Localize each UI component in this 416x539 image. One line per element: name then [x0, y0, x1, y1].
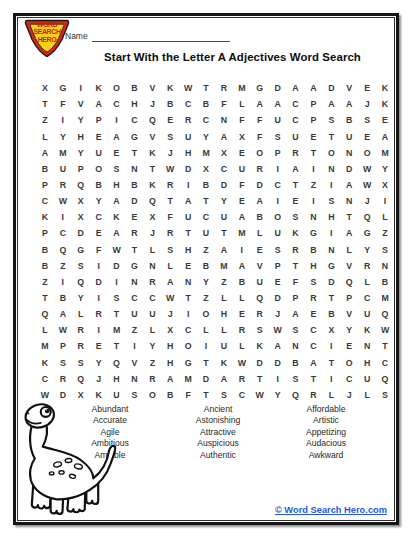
grid-cell-r12c11: M	[215, 258, 233, 274]
grid-cell-r15c9: I	[179, 306, 197, 322]
grid-cell-r19c17: I	[322, 371, 340, 387]
grid-cell-r18c20: C	[376, 355, 394, 371]
grid-cell-r18c7: Z	[143, 355, 161, 371]
grid-cell-r8c6: D	[125, 193, 143, 209]
grid-cell-r16c16: C	[304, 322, 322, 338]
grid-cell-r3c1: Z	[36, 112, 54, 128]
grid-cell-r13c10: Y	[197, 274, 215, 290]
grid-cell-r16c6: Z	[125, 322, 143, 338]
grid-cell-r17c8: H	[161, 338, 179, 354]
grid-cell-r12c16: H	[304, 258, 322, 274]
grid-cell-r9c12: A	[233, 209, 251, 225]
grid-cell-r8c8: T	[161, 193, 179, 209]
grid-cell-r12c10: B	[197, 258, 215, 274]
grid-cell-r16c3: R	[72, 322, 90, 338]
grid-cell-r14c4: I	[90, 290, 108, 306]
logo-text: WORDSEARCHHERO	[24, 21, 70, 43]
grid-cell-r20c19: L	[358, 387, 376, 403]
grid-cell-r13c8: A	[161, 274, 179, 290]
grid-cell-r15c18: V	[340, 306, 358, 322]
grid-cell-r4c1: L	[36, 128, 54, 144]
grid-cell-r19c3: Q	[72, 371, 90, 387]
grid-cell-r5c20: M	[376, 145, 394, 161]
grid-cell-r15c3: L	[72, 306, 90, 322]
word-list-item: Auspicious	[164, 438, 272, 449]
grid-cell-r10c4: E	[90, 225, 108, 241]
grid-cell-r5c4: U	[90, 145, 108, 161]
grid-cell-r13c4: D	[90, 274, 108, 290]
grid-cell-r6c2: U	[54, 161, 72, 177]
grid-cell-r17c11: U	[215, 338, 233, 354]
grid-cell-r8c20: I	[376, 193, 394, 209]
grid-cell-r1c15: A	[287, 80, 305, 96]
grid-cell-r1c18: V	[340, 80, 358, 96]
grid-cell-r8c4: Y	[90, 193, 108, 209]
grid-cell-r13c19: L	[358, 274, 376, 290]
grid-cell-r8c19: J	[358, 193, 376, 209]
grid-cell-r17c10: I	[197, 338, 215, 354]
grid-cell-r5c6: T	[125, 145, 143, 161]
grid-cell-r7c6: B	[125, 177, 143, 193]
grid-cell-r4c20: A	[376, 128, 394, 144]
grid-cell-r6c17: N	[322, 161, 340, 177]
grid-cell-r1c9: W	[179, 80, 197, 96]
grid-cell-r11c3: G	[72, 241, 90, 257]
grid-cell-r7c19: W	[358, 177, 376, 193]
grid-cell-r13c14: E	[269, 274, 287, 290]
grid-cell-r19c7: R	[143, 371, 161, 387]
grid-cell-r11c1: B	[36, 241, 54, 257]
grid-cell-r1c8: K	[161, 80, 179, 96]
grid-cell-r13c7: R	[143, 274, 161, 290]
grid-cell-r18c2: S	[54, 355, 72, 371]
grid-cell-r14c17: T	[322, 290, 340, 306]
grid-cell-r15c5: T	[108, 306, 126, 322]
logo-text-line: WORD	[24, 21, 70, 28]
grid-cell-r17c7: Y	[143, 338, 161, 354]
grid-cell-r17c1: M	[36, 338, 54, 354]
grid-cell-r17c5: T	[108, 338, 126, 354]
grid-cell-r5c14: P	[269, 145, 287, 161]
grid-cell-r1c13: G	[251, 80, 269, 96]
grid-cell-r8c17: S	[322, 193, 340, 209]
grid-cell-r12c20: N	[376, 258, 394, 274]
grid-cell-r17c18: E	[340, 338, 358, 354]
grid-cell-r9c16: N	[304, 209, 322, 225]
grid-cell-r18c10: T	[197, 355, 215, 371]
grid-cell-r11c4: F	[90, 241, 108, 257]
grid-cell-r3c5: I	[108, 112, 126, 128]
grid-cell-r8c1: C	[36, 193, 54, 209]
grid-cell-r5c18: N	[340, 145, 358, 161]
grid-cell-r15c17: B	[322, 306, 340, 322]
grid-cell-r3c14: U	[269, 112, 287, 128]
grid-cell-r1c1: X	[36, 80, 54, 96]
grid-cell-r18c11: K	[215, 355, 233, 371]
grid-cell-r3c9: R	[179, 112, 197, 128]
grid-cell-r2c15: C	[287, 96, 305, 112]
grid-cell-r6c9: D	[179, 161, 197, 177]
grid-cell-r9c7: X	[143, 209, 161, 225]
grid-cell-r19c12: R	[233, 371, 251, 387]
grid-cell-r4c14: S	[269, 128, 287, 144]
grid-cell-r7c7: K	[143, 177, 161, 193]
grid-cell-r8c2: W	[54, 193, 72, 209]
grid-cell-r13c3: Q	[72, 274, 90, 290]
grid-cell-r12c19: R	[358, 258, 376, 274]
grid-cell-r14c13: Q	[251, 290, 269, 306]
grid-cell-r2c8: B	[161, 96, 179, 112]
grid-cell-r12c3: S	[72, 258, 90, 274]
grid-cell-r2c17: A	[322, 96, 340, 112]
grid-cell-r18c5: Q	[108, 355, 126, 371]
grid-cell-r10c13: L	[251, 225, 269, 241]
grid-cell-r10c8: R	[161, 225, 179, 241]
grid-cell-r13c15: F	[287, 274, 305, 290]
grid-cell-r4c11: A	[215, 128, 233, 144]
grid-cell-r10c9: T	[179, 225, 197, 241]
grid-cell-r11c5: W	[108, 241, 126, 257]
grid-cell-r9c13: B	[251, 209, 269, 225]
grid-cell-r5c13: O	[251, 145, 269, 161]
grid-cell-r11c16: B	[304, 241, 322, 257]
grid-cell-r6c20: Y	[376, 161, 394, 177]
grid-cell-r19c5: H	[108, 371, 126, 387]
grid-cell-r9c1: K	[36, 209, 54, 225]
grid-cell-r5c15: R	[287, 145, 305, 161]
grid-cell-r17c6: I	[125, 338, 143, 354]
grid-cell-r14c3: Y	[72, 290, 90, 306]
grid-cell-r5c2: M	[54, 145, 72, 161]
grid-cell-r3c6: C	[125, 112, 143, 128]
grid-cell-r3c8: E	[161, 112, 179, 128]
grid-cell-r14c2: B	[54, 290, 72, 306]
grid-cell-r15c10: O	[197, 306, 215, 322]
grid-cell-r6c6: N	[125, 161, 143, 177]
grid-cell-r6c4: O	[90, 161, 108, 177]
grid-cell-r5c3: Y	[72, 145, 90, 161]
grid-cell-r9c17: H	[322, 209, 340, 225]
grid-cell-r4c8: S	[161, 128, 179, 144]
word-list-item: Ancient	[164, 404, 272, 415]
grid-cell-r20c17: L	[322, 387, 340, 403]
grid-cell-r11c12: I	[233, 241, 251, 257]
grid-cell-r3c3: Y	[72, 112, 90, 128]
grid-cell-r8c9: A	[179, 193, 197, 209]
grid-cell-r13c17: D	[322, 274, 340, 290]
grid-cell-r1c19: E	[358, 80, 376, 96]
grid-cell-r11c7: L	[143, 241, 161, 257]
grid-cell-r14c10: Z	[197, 290, 215, 306]
grid-cell-r8c15: E	[287, 193, 305, 209]
grid-cell-r16c12: R	[233, 322, 251, 338]
grid-cell-r7c17: I	[322, 177, 340, 193]
grid-cell-r14c6: C	[125, 290, 143, 306]
grid-cell-r2c18: A	[340, 96, 358, 112]
grid-cell-r10c16: G	[304, 225, 322, 241]
grid-cell-r2c14: A	[269, 96, 287, 112]
grid-cell-r3c20: E	[376, 112, 394, 128]
grid-cell-r6c3: P	[72, 161, 90, 177]
grid-cell-r15c7: U	[143, 306, 161, 322]
grid-cell-r8c3: X	[72, 193, 90, 209]
grid-cell-r6c5: S	[108, 161, 126, 177]
grid-cell-r5c16: T	[304, 145, 322, 161]
grid-cell-r5c8: J	[161, 145, 179, 161]
grid-cell-r10c11: T	[215, 225, 233, 241]
grid-cell-r8c12: E	[233, 193, 251, 209]
grid-cell-r5c5: E	[108, 145, 126, 161]
grid-cell-r10c15: K	[287, 225, 305, 241]
grid-cell-r8c16: I	[304, 193, 322, 209]
word-search-hero-link[interactable]: © Word Search Hero.com	[275, 505, 387, 515]
grid-cell-r15c20: Q	[376, 306, 394, 322]
grid-cell-r11c17: N	[322, 241, 340, 257]
grid-cell-r3c11: N	[215, 112, 233, 128]
grid-cell-r16c11: L	[215, 322, 233, 338]
grid-cell-r5c11: X	[215, 145, 233, 161]
grid-cell-r4c9: U	[179, 128, 197, 144]
grid-cell-r8c14: I	[269, 193, 287, 209]
grid-cell-r18c16: A	[304, 355, 322, 371]
grid-cell-r19c18: C	[340, 371, 358, 387]
grid-cell-r7c12: F	[233, 177, 251, 193]
grid-cell-r11c19: Y	[358, 241, 376, 257]
grid-cell-r20c12: C	[233, 387, 251, 403]
grid-cell-r14c16: R	[304, 290, 322, 306]
grid-cell-r20c15: Q	[287, 387, 305, 403]
grid-cell-r2c3: V	[72, 96, 90, 112]
word-list-item: Appetizing	[272, 427, 380, 438]
grid-cell-r11c10: Z	[197, 241, 215, 257]
grid-cell-r4c17: T	[322, 128, 340, 144]
grid-cell-r20c9: F	[179, 387, 197, 403]
word-list-item: Artistic	[272, 415, 380, 426]
grid-cell-r6c11: C	[215, 161, 233, 177]
grid-cell-r9c3: X	[72, 209, 90, 225]
grid-cell-r15c2: A	[54, 306, 72, 322]
grid-cell-r6c10: X	[197, 161, 215, 177]
grid-cell-r9c18: T	[340, 209, 358, 225]
grid-cell-r20c20: S	[376, 387, 394, 403]
grid-cell-r8c7: Q	[143, 193, 161, 209]
grid-cell-r12c15: T	[287, 258, 305, 274]
grid-cell-r7c5: H	[108, 177, 126, 193]
grid-cell-r15c16: E	[304, 306, 322, 322]
grid-cell-r18c19: H	[358, 355, 376, 371]
grid-cell-r11c13: E	[251, 241, 269, 257]
grid-cell-r9c19: Q	[358, 209, 376, 225]
grid-cell-r16c4: I	[90, 322, 108, 338]
grid-cell-r15c4: R	[90, 306, 108, 322]
grid-cell-r2c12: L	[233, 96, 251, 112]
grid-cell-r1c17: D	[322, 80, 340, 96]
grid-cell-r7c18: A	[340, 177, 358, 193]
grid-cell-r16c15: S	[287, 322, 305, 338]
grid-cell-r4c4: E	[90, 128, 108, 144]
grid-cell-r5c9: H	[179, 145, 197, 161]
grid-cell-r1c14: D	[269, 80, 287, 96]
worksheet-canvas: WORDSEARCHHERO Name Start With the Lette…	[0, 0, 416, 539]
grid-cell-r12c12: A	[233, 258, 251, 274]
grid-cell-r18c15: B	[287, 355, 305, 371]
grid-cell-r19c8: A	[161, 371, 179, 387]
grid-cell-r1c11: R	[215, 80, 233, 96]
grid-cell-r18c18: O	[340, 355, 358, 371]
grid-cell-r17c16: C	[304, 338, 322, 354]
grid-cell-r2c2: F	[54, 96, 72, 112]
grid-cell-r3c13: F	[251, 112, 269, 128]
grid-cell-r20c16: R	[304, 387, 322, 403]
grid-cell-r16c14: W	[269, 322, 287, 338]
grid-cell-r14c20: M	[376, 290, 394, 306]
grid-cell-r7c1: P	[36, 177, 54, 193]
grid-cell-r4c19: E	[358, 128, 376, 144]
grid-cell-r15c14: J	[269, 306, 287, 322]
grid-cell-r16c17: X	[322, 322, 340, 338]
grid-cell-r10c3: D	[72, 225, 90, 241]
grid-cell-r11c2: Q	[54, 241, 72, 257]
grid-cell-r10c18: A	[340, 225, 358, 241]
grid-cell-r18c14: D	[269, 355, 287, 371]
grid-cell-r2c19: J	[358, 96, 376, 112]
name-row: Name	[65, 31, 230, 42]
grid-cell-r13c6: N	[125, 274, 143, 290]
grid-cell-r14c15: P	[287, 290, 305, 306]
grid-cell-r19c9: M	[179, 371, 197, 387]
grid-cell-r4c5: A	[108, 128, 126, 144]
grid-cell-r1c16: A	[304, 80, 322, 96]
grid-cell-r15c8: J	[161, 306, 179, 322]
grid-cell-r3c15: C	[287, 112, 305, 128]
word-list-column-2: AncientAstonishingAttractiveAuspiciousAu…	[164, 404, 272, 461]
grid-cell-r5c17: O	[322, 145, 340, 161]
grid-cell-r3c19: S	[358, 112, 376, 128]
grid-cell-r2c13: A	[251, 96, 269, 112]
grid-cell-r11c20: S	[376, 241, 394, 257]
grid-cell-r3c10: C	[197, 112, 215, 128]
grid-cell-r2c6: H	[125, 96, 143, 112]
grid-cell-r19c14: I	[269, 371, 287, 387]
grid-cell-r1c10: T	[197, 80, 215, 96]
grid-cell-r13c2: I	[54, 274, 72, 290]
grid-cell-r6c1: B	[36, 161, 54, 177]
grid-cell-r7c9: I	[179, 177, 197, 193]
grid-cell-r4c10: Y	[197, 128, 215, 144]
grid-cell-r17c17: I	[322, 338, 340, 354]
grid-cell-r19c11: A	[215, 371, 233, 387]
grid-cell-r9c14: O	[269, 209, 287, 225]
grid-cell-r20c6: S	[125, 387, 143, 403]
grid-cell-r2c16: P	[304, 96, 322, 112]
grid-cell-r6c12: U	[233, 161, 251, 177]
grid-cell-r6c18: D	[340, 161, 358, 177]
grid-cell-r9c6: E	[125, 209, 143, 225]
grid-cell-r19c19: U	[358, 371, 376, 387]
word-list-item: Authentic	[164, 450, 272, 461]
grid-cell-r10c5: A	[108, 225, 126, 241]
grid-cell-r10c6: R	[125, 225, 143, 241]
worksheet-page: WORDSEARCHHERO Name Start With the Lette…	[13, 13, 399, 525]
grid-cell-r17c4: E	[90, 338, 108, 354]
grid-cell-r11c11: A	[215, 241, 233, 257]
grid-cell-r15c1: Q	[36, 306, 54, 322]
grid-cell-r8c18: N	[340, 193, 358, 209]
grid-cell-r16c10: L	[197, 322, 215, 338]
grid-cell-r19c15: S	[287, 371, 305, 387]
grid-cell-r2c20: K	[376, 96, 394, 112]
grid-cell-r19c2: R	[54, 371, 72, 387]
grid-cell-r2c9: C	[179, 96, 197, 112]
word-list-item: Affordable	[272, 404, 380, 415]
grid-cell-r13c12: B	[233, 274, 251, 290]
grid-cell-r7c3: Q	[72, 177, 90, 193]
grid-cell-r5c7: K	[143, 145, 161, 161]
grid-cell-r3c7: Q	[143, 112, 161, 128]
grid-cell-r14c19: C	[358, 290, 376, 306]
page-title: Start With the Letter A Adjectives Word …	[71, 51, 394, 63]
grid-cell-r12c8: L	[161, 258, 179, 274]
word-list-item: Audacious	[272, 438, 380, 449]
grid-cell-r16c18: Y	[340, 322, 358, 338]
grid-cell-r14c7: C	[143, 290, 161, 306]
grid-cell-r7c13: D	[251, 177, 269, 193]
grid-cell-r10c10: U	[197, 225, 215, 241]
grid-cell-r5c12: E	[233, 145, 251, 161]
grid-cell-r7c2: R	[54, 177, 72, 193]
grid-cell-r9c2: I	[54, 209, 72, 225]
grid-cell-r9c10: C	[197, 209, 215, 225]
grid-cell-r3c17: S	[322, 112, 340, 128]
grid-cell-r10c1: P	[36, 225, 54, 241]
grid-cell-r1c3: I	[72, 80, 90, 96]
grid-cell-r1c6: B	[125, 80, 143, 96]
grid-cell-r12c6: G	[125, 258, 143, 274]
grid-cell-r16c8: X	[161, 322, 179, 338]
grid-cell-r10c7: J	[143, 225, 161, 241]
grid-cell-r14c18: P	[340, 290, 358, 306]
grid-cell-r13c20: B	[376, 274, 394, 290]
name-blank-line[interactable]	[92, 32, 230, 42]
grid-cell-r12c18: V	[340, 258, 358, 274]
grid-cell-r9c20: L	[376, 209, 394, 225]
grid-cell-r4c12: X	[233, 128, 251, 144]
grid-cell-r3c16: P	[304, 112, 322, 128]
grid-cell-r17c2: P	[54, 338, 72, 354]
logo-text-line: HERO	[24, 36, 70, 43]
grid-cell-r18c3: S	[72, 355, 90, 371]
grid-cell-r8c10: T	[197, 193, 215, 209]
grid-cell-r2c11: F	[215, 96, 233, 112]
grid-cell-r2c10: B	[197, 96, 215, 112]
grid-cell-r20c8: B	[161, 387, 179, 403]
grid-cell-r4c2: Y	[54, 128, 72, 144]
grid-cell-r4c16: E	[304, 128, 322, 144]
grid-cell-r16c20: W	[376, 322, 394, 338]
grid-cell-r9c8: F	[161, 209, 179, 225]
grid-cell-r18c8: H	[161, 355, 179, 371]
grid-cell-r14c12: L	[233, 290, 251, 306]
grid-cell-r15c15: A	[287, 306, 305, 322]
grid-cell-r6c7: T	[143, 161, 161, 177]
grid-cell-r13c13: U	[251, 274, 269, 290]
grid-cell-r20c7: O	[143, 387, 161, 403]
grid-cell-r1c7: V	[143, 80, 161, 96]
grid-cell-r5c19: O	[358, 145, 376, 161]
grid-cell-r6c13: R	[251, 161, 269, 177]
word-list-column-3: AffordableArtisticAppetizingAudaciousAwk…	[272, 404, 380, 461]
grid-cell-r13c18: Q	[340, 274, 358, 290]
